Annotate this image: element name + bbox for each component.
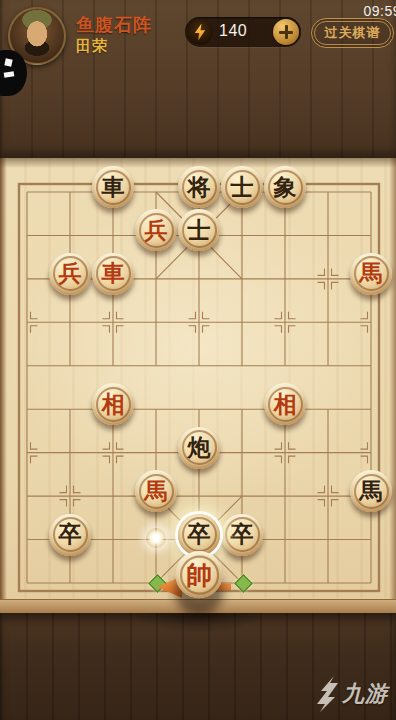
level-title: 鱼腹石阵 <box>76 13 152 37</box>
piece-glyph: 馬 <box>360 261 383 284</box>
piece-black-elephant[interactable]: 象 <box>264 166 306 208</box>
piece-glyph: 卒 <box>231 522 254 545</box>
piece-glyph: 卒 <box>59 522 82 545</box>
piece-red-king[interactable]: 帥 <box>175 551 222 598</box>
piece-black-horse[interactable]: 馬 <box>350 470 392 512</box>
piece-glyph: 馬 <box>145 479 168 502</box>
piece-glyph: 将 <box>188 175 211 198</box>
piece-glyph: 相 <box>274 392 297 415</box>
piece-glyph: 炮 <box>188 435 211 458</box>
piece-red-elephant-b[interactable]: 相 <box>264 383 306 425</box>
lightning-icon <box>187 19 213 45</box>
piece-glyph: 卒 <box>188 522 211 545</box>
piece-black-advisor-a[interactable]: 士 <box>221 166 263 208</box>
piece-black-chariot[interactable]: 車 <box>92 166 134 208</box>
piece-glyph: 帥 <box>186 561 212 587</box>
piece-glyph: 象 <box>274 175 297 198</box>
piece-black-cannon[interactable]: 炮 <box>178 427 220 469</box>
clock: 09:59 <box>363 3 396 19</box>
piece-glyph: 車 <box>102 175 125 198</box>
piece-glyph: 車 <box>102 261 125 284</box>
watermark-text: 九游 <box>342 679 388 709</box>
xiangqi-board[interactable]: 車将士象兵士兵車馬相相炮馬馬卒卒卒帥 <box>0 158 396 613</box>
piece-red-chariot[interactable]: 車 <box>92 253 134 295</box>
jiuyou-logo-icon <box>314 676 338 712</box>
plus-button[interactable] <box>273 19 299 45</box>
player-name: 田荣 <box>76 37 108 56</box>
piece-glyph: 兵 <box>145 218 168 241</box>
piece-black-pawn-b[interactable]: 卒 <box>178 514 220 556</box>
level-records-button[interactable]: 过关棋谱 <box>311 18 394 48</box>
piece-black-general[interactable]: 将 <box>178 166 220 208</box>
piece-black-pawn-a[interactable]: 卒 <box>49 514 91 556</box>
piece-red-elephant-a[interactable]: 相 <box>92 383 134 425</box>
sparkle-effect <box>146 528 166 548</box>
jiuyou-watermark: 九游 <box>314 676 388 712</box>
piece-glyph: 相 <box>102 392 125 415</box>
table-surface: 九游 <box>0 613 396 720</box>
level-records-label: 过关棋谱 <box>325 25 381 40</box>
board-bottom-bevel <box>0 599 396 613</box>
piece-black-pawn-c[interactable]: 卒 <box>221 514 263 556</box>
top-bar: 09:59 鱼腹石阵 田荣 140 过关棋谱 <box>0 0 396 158</box>
piece-glyph: 士 <box>231 175 254 198</box>
piece-red-pawn-b[interactable]: 兵 <box>49 253 91 295</box>
piece-red-horse-b[interactable]: 馬 <box>135 470 177 512</box>
energy-pill[interactable]: 140 <box>185 17 301 47</box>
piece-glyph: 馬 <box>360 479 383 502</box>
piece-red-horse-a[interactable]: 馬 <box>350 253 392 295</box>
energy-value: 140 <box>219 22 247 40</box>
piece-glyph: 兵 <box>59 261 82 284</box>
piece-glyph: 士 <box>188 218 211 241</box>
